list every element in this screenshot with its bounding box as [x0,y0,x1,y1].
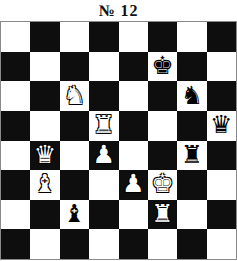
piece-black-queen: ♛ [210,112,232,137]
square-b8 [30,22,59,52]
page: { "game": "chess", "title": "№ 12", "pos… [0,0,237,261]
square-c1 [60,229,89,259]
square-d5: ♜ [89,111,118,141]
square-c8 [60,22,89,52]
square-e4 [119,141,148,171]
square-a7 [1,52,30,82]
piece-black-bishop: ♝ [63,201,85,226]
piece-black-rook: ♜ [181,142,203,167]
square-h8 [207,22,236,52]
piece-white-queen: ♛ [34,142,56,167]
square-a6 [1,81,30,111]
piece-white-knight: ♞ [63,83,85,108]
square-b3: ♝ [30,170,59,200]
piece-black-king: ♚ [151,53,173,78]
diagram-title: № 12 [0,0,237,21]
square-d2 [89,200,118,230]
square-c7 [60,52,89,82]
square-f5 [148,111,177,141]
square-f1 [148,229,177,259]
square-a4 [1,141,30,171]
square-b5 [30,111,59,141]
square-b6 [30,81,59,111]
chess-board: ♚♞♞♜♛♛♟♜♝♟♚♝♜ [0,21,237,260]
square-h4 [207,141,236,171]
square-c5 [60,111,89,141]
square-c3 [60,170,89,200]
square-g4: ♜ [177,141,206,171]
square-g7 [177,52,206,82]
square-a8 [1,22,30,52]
square-e2 [119,200,148,230]
square-h7 [207,52,236,82]
square-d1 [89,229,118,259]
square-f2: ♜ [148,200,177,230]
square-g5 [177,111,206,141]
square-d6 [89,81,118,111]
square-d7 [89,52,118,82]
square-a2 [1,200,30,230]
square-h3 [207,170,236,200]
piece-white-pawn: ♟ [93,142,115,167]
square-e6 [119,81,148,111]
square-g1 [177,229,206,259]
square-b1 [30,229,59,259]
square-h1 [207,229,236,259]
square-h5: ♛ [207,111,236,141]
piece-white-rook: ♜ [93,112,115,137]
square-a5 [1,111,30,141]
square-h2 [207,200,236,230]
square-f4 [148,141,177,171]
square-b4: ♛ [30,141,59,171]
square-b2 [30,200,59,230]
square-a3 [1,170,30,200]
square-g3 [177,170,206,200]
square-c4 [60,141,89,171]
square-g2 [177,200,206,230]
piece-white-pawn: ♟ [122,171,144,196]
square-d8 [89,22,118,52]
piece-white-rook: ♜ [151,201,173,226]
square-f3: ♚ [148,170,177,200]
square-b7 [30,52,59,82]
square-d4: ♟ [89,141,118,171]
square-e1 [119,229,148,259]
piece-white-bishop: ♝ [34,171,56,196]
piece-white-king: ♚ [151,171,173,196]
square-f7: ♚ [148,52,177,82]
square-g6: ♞ [177,81,206,111]
square-e7 [119,52,148,82]
square-a1 [1,229,30,259]
square-e8 [119,22,148,52]
square-e3: ♟ [119,170,148,200]
square-e5 [119,111,148,141]
square-f6 [148,81,177,111]
piece-black-knight: ♞ [181,83,203,108]
square-c6: ♞ [60,81,89,111]
square-c2: ♝ [60,200,89,230]
square-f8 [148,22,177,52]
square-g8 [177,22,206,52]
square-h6 [207,81,236,111]
square-d3 [89,170,118,200]
